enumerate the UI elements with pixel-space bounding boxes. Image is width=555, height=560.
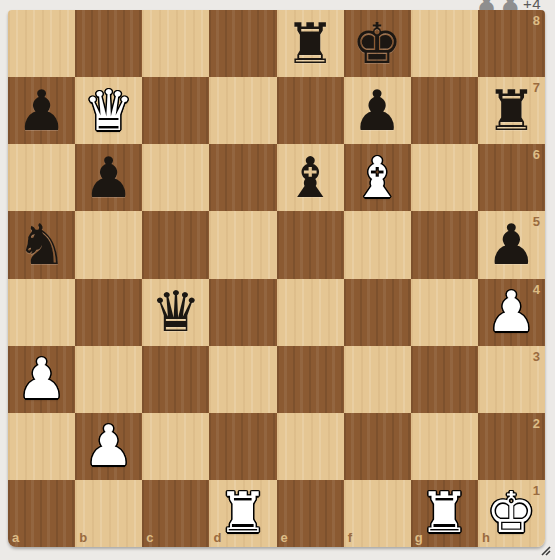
square-g2[interactable] <box>411 413 478 480</box>
square-g7[interactable] <box>411 77 478 144</box>
square-f4[interactable] <box>344 279 411 346</box>
square-c2[interactable] <box>142 413 209 480</box>
square-c4[interactable]: ♛ <box>142 279 209 346</box>
square-c1[interactable]: c <box>142 480 209 547</box>
square-e3[interactable] <box>277 346 344 413</box>
square-a6[interactable] <box>8 144 75 211</box>
square-g8[interactable] <box>411 10 478 77</box>
square-f3[interactable] <box>344 346 411 413</box>
piece-black-bishop[interactable]: ♝ <box>277 144 344 211</box>
square-b2[interactable]: ♟ <box>75 413 142 480</box>
square-b3[interactable] <box>75 346 142 413</box>
resize-handle-icon[interactable] <box>538 543 551 556</box>
piece-white-pawn[interactable]: ♟ <box>75 413 142 480</box>
file-label-a: a <box>12 531 19 544</box>
square-a4[interactable] <box>8 279 75 346</box>
square-h4[interactable]: 4♟ <box>478 279 545 346</box>
square-e2[interactable] <box>277 413 344 480</box>
rank-label-6: 6 <box>533 148 540 161</box>
square-d5[interactable] <box>209 211 276 278</box>
square-b6[interactable]: ♟ <box>75 144 142 211</box>
captured-pawn-icon: ♟ <box>499 0 521 14</box>
material-advantage-indicator: ♟ ♟ +4 <box>476 0 541 14</box>
square-a5[interactable]: ♞ <box>8 211 75 278</box>
square-f1[interactable]: f <box>344 480 411 547</box>
square-f2[interactable] <box>344 413 411 480</box>
piece-white-pawn[interactable]: ♟ <box>478 279 545 346</box>
square-b5[interactable] <box>75 211 142 278</box>
square-a3[interactable]: ♟ <box>8 346 75 413</box>
square-d8[interactable] <box>209 10 276 77</box>
square-c7[interactable] <box>142 77 209 144</box>
piece-black-pawn[interactable]: ♟ <box>344 77 411 144</box>
piece-white-queen[interactable]: ♛ <box>75 77 142 144</box>
piece-white-rook[interactable]: ♜ <box>209 480 276 547</box>
square-a8[interactable] <box>8 10 75 77</box>
square-h6[interactable]: 6 <box>478 144 545 211</box>
square-f5[interactable] <box>344 211 411 278</box>
square-d4[interactable] <box>209 279 276 346</box>
square-a1[interactable]: a <box>8 480 75 547</box>
square-c8[interactable] <box>142 10 209 77</box>
piece-black-pawn[interactable]: ♟ <box>8 77 75 144</box>
piece-black-rook[interactable]: ♜ <box>478 77 545 144</box>
square-g6[interactable] <box>411 144 478 211</box>
square-h1[interactable]: 1h♚ <box>478 480 545 547</box>
square-a7[interactable]: ♟ <box>8 77 75 144</box>
square-b7[interactable]: ♛ <box>75 77 142 144</box>
square-f6[interactable]: ♝ <box>344 144 411 211</box>
square-h3[interactable]: 3 <box>478 346 545 413</box>
piece-black-king[interactable]: ♚ <box>344 10 411 77</box>
file-label-e: e <box>281 531 288 544</box>
square-f8[interactable]: ♚ <box>344 10 411 77</box>
square-h5[interactable]: 5♟ <box>478 211 545 278</box>
square-h7[interactable]: 7♜ <box>478 77 545 144</box>
square-d2[interactable] <box>209 413 276 480</box>
square-d7[interactable] <box>209 77 276 144</box>
material-advantage-label: +4 <box>523 0 541 14</box>
rank-label-3: 3 <box>533 350 540 363</box>
chess-board: ♜♚8♟♛♟7♜♟♝♝6♞5♟♛4♟♟3♟2abcd♜efg♜1h♚ <box>8 10 545 547</box>
square-g5[interactable] <box>411 211 478 278</box>
rank-label-8: 8 <box>533 14 540 27</box>
square-e1[interactable]: e <box>277 480 344 547</box>
file-label-c: c <box>146 531 153 544</box>
chess-app: ♟ ♟ +4 ♜♚8♟♛♟7♜♟♝♝6♞5♟♛4♟♟3♟2abcd♜efg♜1h… <box>0 0 555 560</box>
file-label-f: f <box>348 531 352 544</box>
piece-black-pawn[interactable]: ♟ <box>478 211 545 278</box>
square-e6[interactable]: ♝ <box>277 144 344 211</box>
piece-white-pawn[interactable]: ♟ <box>8 346 75 413</box>
square-g4[interactable] <box>411 279 478 346</box>
piece-white-rook[interactable]: ♜ <box>411 480 478 547</box>
square-e8[interactable]: ♜ <box>277 10 344 77</box>
piece-black-rook[interactable]: ♜ <box>277 10 344 77</box>
square-b4[interactable] <box>75 279 142 346</box>
square-h8[interactable]: 8 <box>478 10 545 77</box>
square-d1[interactable]: d♜ <box>209 480 276 547</box>
square-c3[interactable] <box>142 346 209 413</box>
piece-white-king[interactable]: ♚ <box>478 480 545 547</box>
piece-white-bishop[interactable]: ♝ <box>344 144 411 211</box>
rank-label-2: 2 <box>533 417 540 430</box>
file-label-b: b <box>79 531 87 544</box>
square-c5[interactable] <box>142 211 209 278</box>
square-g1[interactable]: g♜ <box>411 480 478 547</box>
square-d6[interactable] <box>209 144 276 211</box>
square-d3[interactable] <box>209 346 276 413</box>
captured-pawn-icon: ♟ <box>476 0 498 14</box>
square-a2[interactable] <box>8 413 75 480</box>
square-b1[interactable]: b <box>75 480 142 547</box>
square-f7[interactable]: ♟ <box>344 77 411 144</box>
square-e5[interactable] <box>277 211 344 278</box>
square-c6[interactable] <box>142 144 209 211</box>
square-e7[interactable] <box>277 77 344 144</box>
piece-black-pawn[interactable]: ♟ <box>75 144 142 211</box>
square-e4[interactable] <box>277 279 344 346</box>
square-h2[interactable]: 2 <box>478 413 545 480</box>
square-b8[interactable] <box>75 10 142 77</box>
piece-black-queen[interactable]: ♛ <box>142 279 209 346</box>
piece-black-knight[interactable]: ♞ <box>8 211 75 278</box>
square-g3[interactable] <box>411 346 478 413</box>
